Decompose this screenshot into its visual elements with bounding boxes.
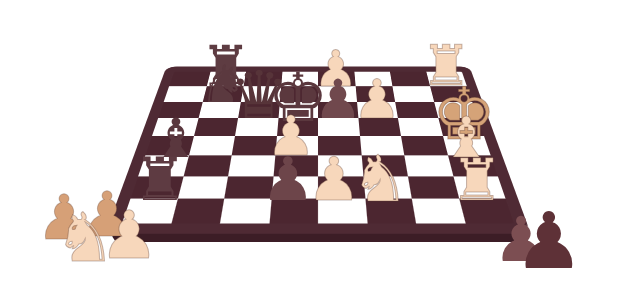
piece-light-knight-f2[interactable]: ♞: [351, 147, 408, 211]
piece-light-rook-h2[interactable]: ♜: [451, 151, 503, 209]
piece-light-pawn-f6[interactable]: ♟: [353, 73, 401, 127]
captured-right-dark-pawn-2: ♟: [514, 202, 584, 280]
chessboard-illustration: ♜♞♛♚♟♟♟♜♚♝♝♟♜♟♟♞♜♟♟♞♟♟♟: [0, 0, 626, 305]
captured-left-light-knight-3: ♞: [55, 204, 116, 272]
